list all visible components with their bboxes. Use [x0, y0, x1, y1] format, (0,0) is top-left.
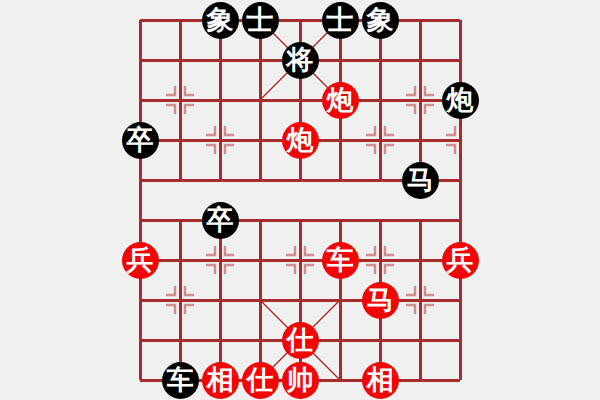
piece-red-soldier[interactable]: 兵: [122, 242, 159, 279]
piece-black-soldier[interactable]: 卒: [202, 202, 239, 239]
xiangqi-board: 象士士象将炮炮卒炮马卒兵车兵马仕车相仕帅相: [0, 0, 600, 400]
piece-black-soldier[interactable]: 卒: [122, 122, 159, 159]
piece-red-elephant[interactable]: 相: [202, 362, 239, 399]
piece-red-general[interactable]: 帅: [282, 362, 319, 399]
piece-red-chariot[interactable]: 车: [322, 242, 359, 279]
piece-black-general[interactable]: 将: [282, 42, 319, 79]
piece-black-advisor[interactable]: 士: [242, 2, 279, 39]
piece-black-horse[interactable]: 马: [402, 162, 439, 199]
piece-red-advisor[interactable]: 仕: [282, 322, 319, 359]
piece-red-horse[interactable]: 马: [362, 282, 399, 319]
piece-red-elephant[interactable]: 相: [362, 362, 399, 399]
piece-black-elephant[interactable]: 象: [202, 2, 239, 39]
piece-red-soldier[interactable]: 兵: [442, 242, 479, 279]
pieces-layer: 象士士象将炮炮卒炮马卒兵车兵马仕车相仕帅相: [120, 0, 480, 400]
piece-red-cannon[interactable]: 炮: [282, 122, 319, 159]
piece-red-advisor[interactable]: 仕: [242, 362, 279, 399]
piece-black-advisor[interactable]: 士: [322, 2, 359, 39]
piece-black-elephant[interactable]: 象: [362, 2, 399, 39]
piece-black-chariot[interactable]: 车: [162, 362, 199, 399]
piece-red-cannon[interactable]: 炮: [322, 82, 359, 119]
piece-black-cannon[interactable]: 炮: [442, 82, 479, 119]
